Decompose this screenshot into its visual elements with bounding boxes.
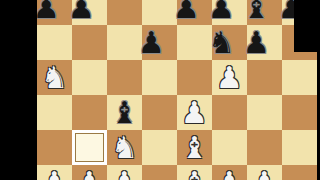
square-b3[interactable] [72, 130, 107, 165]
black-pawn-icon: ♟ [68, 0, 95, 25]
square-g3[interactable] [247, 130, 282, 165]
square-c7[interactable] [107, 0, 142, 25]
white-pawn-icon: ♟ [41, 165, 68, 180]
square-g6[interactable]: ♟ [247, 25, 282, 60]
square-a3[interactable] [37, 130, 72, 165]
square-a4[interactable] [37, 95, 72, 130]
square-b6[interactable] [72, 25, 107, 60]
square-a2[interactable]: ♟ [37, 165, 72, 180]
square-f2[interactable]: ♟ [212, 165, 247, 180]
white-knight-icon: ♞ [41, 60, 68, 95]
square-d7[interactable] [142, 0, 177, 25]
black-pawn-icon: ♟ [173, 0, 200, 25]
screen-corner-overlay [294, 0, 320, 52]
black-bishop-icon: ♝ [111, 95, 138, 130]
white-knight-icon: ♞ [111, 130, 138, 165]
white-bishop-icon: ♝ [181, 130, 208, 165]
square-h5[interactable] [282, 60, 317, 95]
square-b7[interactable]: ♟ [72, 0, 107, 25]
square-g2[interactable]: ♟ [247, 165, 282, 180]
square-a5[interactable]: ♞ [37, 60, 72, 95]
white-pawn-icon: ♟ [181, 95, 208, 130]
square-f6[interactable]: ♞ [212, 25, 247, 60]
white-pawn-icon: ♟ [216, 165, 243, 180]
square-d5[interactable] [142, 60, 177, 95]
square-g5[interactable] [247, 60, 282, 95]
white-pawn-icon: ♟ [76, 165, 103, 180]
left-bezel [0, 0, 37, 180]
black-bishop-icon: ♝ [243, 0, 270, 25]
black-pawn-icon: ♟ [33, 0, 60, 25]
white-pawn-icon: ♟ [251, 165, 278, 180]
square-b2[interactable]: ♟ [72, 165, 107, 180]
square-h3[interactable] [282, 130, 317, 165]
square-f7[interactable]: ♟ [212, 0, 247, 25]
square-h4[interactable] [282, 95, 317, 130]
white-bishop-icon: ♝ [181, 165, 208, 180]
white-pawn-icon: ♟ [111, 165, 138, 180]
black-pawn-icon: ♟ [208, 0, 235, 25]
square-g4[interactable] [247, 95, 282, 130]
square-c3[interactable]: ♞ [107, 130, 142, 165]
square-g7[interactable]: ♝ [247, 0, 282, 25]
chess-board: ♟♟♟♟♝♟♟♞♟♞♟♝♟♞♝♟♟♟♝♟♟ [37, 0, 317, 180]
square-c6[interactable] [107, 25, 142, 60]
white-pawn-icon: ♟ [216, 60, 243, 95]
square-a6[interactable] [37, 25, 72, 60]
square-e3[interactable]: ♝ [177, 130, 212, 165]
square-e2[interactable]: ♝ [177, 165, 212, 180]
square-e4[interactable]: ♟ [177, 95, 212, 130]
square-c2[interactable]: ♟ [107, 165, 142, 180]
square-d6[interactable]: ♟ [142, 25, 177, 60]
square-h2[interactable] [282, 165, 317, 180]
square-f5[interactable]: ♟ [212, 60, 247, 95]
square-d3[interactable] [142, 130, 177, 165]
game-screen: ♟♟♟♟♝♟♟♞♟♞♟♝♟♞♝♟♟♟♝♟♟ [0, 0, 320, 180]
square-d4[interactable] [142, 95, 177, 130]
square-e7[interactable]: ♟ [177, 0, 212, 25]
square-b5[interactable] [72, 60, 107, 95]
black-knight-icon: ♞ [208, 25, 235, 60]
square-c5[interactable] [107, 60, 142, 95]
square-f4[interactable] [212, 95, 247, 130]
square-b4[interactable] [72, 95, 107, 130]
square-c4[interactable]: ♝ [107, 95, 142, 130]
black-pawn-icon: ♟ [138, 25, 165, 60]
square-d2[interactable] [142, 165, 177, 180]
square-f3[interactable] [212, 130, 247, 165]
square-e5[interactable] [177, 60, 212, 95]
square-a7[interactable]: ♟ [37, 0, 72, 25]
black-pawn-icon: ♟ [243, 25, 270, 60]
square-e6[interactable] [177, 25, 212, 60]
